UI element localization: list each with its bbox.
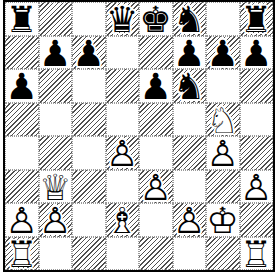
pawn-icon: ♟ — [173, 37, 207, 70]
pawn-icon: ♙ — [106, 137, 140, 170]
square-f6[interactable]: ♞♞ — [173, 69, 207, 103]
square-d4[interactable]: ♟♙ — [106, 136, 140, 170]
bishop-icon: ♗ — [106, 204, 140, 237]
square-b8[interactable] — [39, 2, 73, 36]
square-a6[interactable]: ♟♟ — [5, 69, 39, 103]
white-bishop-d2[interactable]: ♝♗ — [106, 203, 140, 237]
square-e6[interactable]: ♟♟ — [139, 69, 173, 103]
square-h8[interactable]: ♜♜ — [240, 2, 274, 36]
knight-icon: ♞ — [173, 3, 207, 36]
black-rook-a8[interactable]: ♜♜ — [5, 2, 39, 36]
pawn-icon: ♟ — [139, 70, 173, 103]
square-f1[interactable] — [173, 237, 207, 271]
square-a3[interactable] — [5, 170, 39, 204]
pawn-icon: ♟ — [5, 70, 39, 103]
rook-icon: ♜ — [5, 3, 39, 36]
white-pawn-d4[interactable]: ♟♙ — [106, 136, 140, 170]
rook-icon: ♜ — [240, 3, 274, 36]
white-pawn-a2[interactable]: ♟♙ — [5, 203, 39, 237]
square-h4[interactable] — [240, 136, 274, 170]
square-c7[interactable]: ♟♟ — [72, 36, 106, 70]
square-b1[interactable] — [39, 237, 73, 271]
square-b3[interactable]: ♛♕ — [39, 170, 73, 204]
pawn-icon: ♙ — [5, 204, 39, 237]
square-b7[interactable]: ♟♟ — [39, 36, 73, 70]
square-h5[interactable] — [240, 103, 274, 137]
black-pawn-h7[interactable]: ♟♟ — [240, 36, 274, 70]
black-pawn-b7[interactable]: ♟♟ — [39, 36, 73, 70]
black-rook-h8[interactable]: ♜♜ — [240, 2, 274, 36]
pawn-icon: ♟ — [39, 37, 73, 70]
king-icon: ♔ — [206, 204, 240, 237]
square-b5[interactable] — [39, 103, 73, 137]
pawn-icon: ♟ — [72, 37, 106, 70]
pawn-icon: ♟ — [240, 37, 274, 70]
pawn-icon: ♙ — [39, 204, 73, 237]
square-e4[interactable] — [139, 136, 173, 170]
white-pawn-g4[interactable]: ♟♙ — [206, 136, 240, 170]
square-c8[interactable] — [72, 2, 106, 36]
pawn-icon: ♙ — [240, 171, 274, 204]
king-icon: ♚ — [139, 3, 173, 36]
square-g6[interactable] — [206, 69, 240, 103]
square-e5[interactable] — [139, 103, 173, 137]
black-pawn-c7[interactable]: ♟♟ — [72, 36, 106, 70]
square-d6[interactable] — [106, 69, 140, 103]
black-pawn-e6[interactable]: ♟♟ — [139, 69, 173, 103]
square-g2[interactable]: ♚♔ — [206, 203, 240, 237]
black-pawn-a6[interactable]: ♟♟ — [5, 69, 39, 103]
square-c5[interactable] — [72, 103, 106, 137]
square-e1[interactable] — [139, 237, 173, 271]
white-king-g2[interactable]: ♚♔ — [206, 203, 240, 237]
square-a7[interactable] — [5, 36, 39, 70]
square-h6[interactable] — [240, 69, 274, 103]
square-f8[interactable]: ♞♞ — [173, 2, 207, 36]
pawn-icon: ♙ — [206, 137, 240, 170]
square-c6[interactable] — [72, 69, 106, 103]
square-e3[interactable]: ♟♙ — [139, 170, 173, 204]
square-e7[interactable] — [139, 36, 173, 70]
square-d5[interactable] — [106, 103, 140, 137]
white-rook-h1[interactable]: ♜♖ — [240, 237, 274, 271]
square-a5[interactable] — [5, 103, 39, 137]
square-f4[interactable] — [173, 136, 207, 170]
square-f3[interactable] — [173, 170, 207, 204]
square-a1[interactable]: ♜♖ — [5, 237, 39, 271]
black-knight-f6[interactable]: ♞♞ — [173, 69, 207, 103]
pawn-icon: ♙ — [173, 204, 207, 237]
black-knight-f8[interactable]: ♞♞ — [173, 2, 207, 36]
square-a4[interactable] — [5, 136, 39, 170]
square-d1[interactable] — [106, 237, 140, 271]
black-pawn-g7[interactable]: ♟♟ — [206, 36, 240, 70]
square-g8[interactable] — [206, 2, 240, 36]
square-g4[interactable]: ♟♙ — [206, 136, 240, 170]
square-h2[interactable] — [240, 203, 274, 237]
chess-board: ♜♜♛♛♚♚♞♞♜♜♟♟♟♟♟♟♟♟♟♟♟♟♟♟♞♞♞♘♟♙♟♙♛♕♟♙♟♙♟♙… — [3, 0, 275, 272]
square-b4[interactable] — [39, 136, 73, 170]
square-c1[interactable] — [72, 237, 106, 271]
black-queen-d8[interactable]: ♛♛ — [106, 2, 140, 36]
rook-icon: ♖ — [240, 238, 274, 271]
queen-icon: ♛ — [106, 3, 140, 36]
square-h1[interactable]: ♜♖ — [240, 237, 274, 271]
white-pawn-h3[interactable]: ♟♙ — [240, 170, 274, 204]
square-g5[interactable]: ♞♘ — [206, 103, 240, 137]
square-f2[interactable]: ♟♙ — [173, 203, 207, 237]
square-d8[interactable]: ♛♛ — [106, 2, 140, 36]
square-b2[interactable]: ♟♙ — [39, 203, 73, 237]
square-b6[interactable] — [39, 69, 73, 103]
square-c3[interactable] — [72, 170, 106, 204]
pawn-icon: ♟ — [206, 37, 240, 70]
black-pawn-f7[interactable]: ♟♟ — [173, 36, 207, 70]
square-d2[interactable]: ♝♗ — [106, 203, 140, 237]
square-d7[interactable] — [106, 36, 140, 70]
white-pawn-b2[interactable]: ♟♙ — [39, 203, 73, 237]
square-g7[interactable]: ♟♟ — [206, 36, 240, 70]
white-pawn-f2[interactable]: ♟♙ — [173, 203, 207, 237]
square-g3[interactable] — [206, 170, 240, 204]
square-a8[interactable]: ♜♜ — [5, 2, 39, 36]
queen-icon: ♕ — [39, 171, 73, 204]
white-rook-a1[interactable]: ♜♖ — [5, 237, 39, 271]
white-pawn-e3[interactable]: ♟♙ — [139, 170, 173, 204]
chess-diagram-page: ♜♜♛♛♚♚♞♞♜♜♟♟♟♟♟♟♟♟♟♟♟♟♟♟♞♞♞♘♟♙♟♙♛♕♟♙♟♙♟♙… — [0, 0, 280, 280]
knight-icon: ♘ — [206, 104, 240, 137]
square-e8[interactable]: ♚♚ — [139, 2, 173, 36]
white-knight-g5[interactable]: ♞♘ — [206, 103, 240, 137]
knight-icon: ♞ — [173, 70, 207, 103]
square-e2[interactable] — [139, 203, 173, 237]
square-f7[interactable]: ♟♟ — [173, 36, 207, 70]
pawn-icon: ♙ — [139, 171, 173, 204]
square-c4[interactable] — [72, 136, 106, 170]
square-h7[interactable]: ♟♟ — [240, 36, 274, 70]
square-f5[interactable] — [173, 103, 207, 137]
black-king-e8[interactable]: ♚♚ — [139, 2, 173, 36]
square-h3[interactable]: ♟♙ — [240, 170, 274, 204]
rook-icon: ♖ — [5, 238, 39, 271]
square-g1[interactable] — [206, 237, 240, 271]
square-c2[interactable] — [72, 203, 106, 237]
square-d3[interactable] — [106, 170, 140, 204]
white-queen-b3[interactable]: ♛♕ — [39, 170, 73, 204]
square-a2[interactable]: ♟♙ — [5, 203, 39, 237]
